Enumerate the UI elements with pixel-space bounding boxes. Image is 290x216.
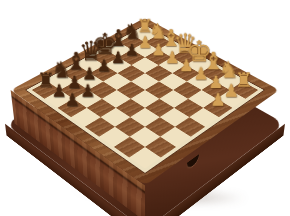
square-r2c6 — [188, 90, 217, 108]
square-r3c7 — [189, 108, 219, 127]
square-r6c7 — [145, 137, 176, 158]
square-r6c4 — [101, 108, 131, 127]
square-r7c1 — [45, 90, 74, 108]
drawer-notch — [187, 154, 199, 170]
square-r7c4 — [85, 117, 115, 137]
square-r3c6 — [174, 99, 203, 117]
square-r4c5 — [145, 99, 174, 117]
square-r5c7 — [160, 127, 191, 147]
square-r4c7 — [175, 117, 205, 137]
square-r6c2 — [73, 90, 102, 108]
square-r4c4 — [131, 90, 160, 108]
square-r6c6 — [130, 127, 161, 147]
scene: ♜♞♝♛♚♝♞♜♞♟♟♟♟♟♟♟♝♟♟♚♟♛♟♝♟♞♟♟♜♟♟ — [0, 0, 290, 216]
square-r5c4 — [116, 99, 145, 117]
square-r7c6 — [114, 137, 145, 158]
square-r7c7 — [129, 147, 161, 169]
square-r7c5 — [99, 127, 130, 147]
square-r5c5 — [130, 108, 160, 127]
square-r4c6 — [160, 108, 190, 127]
square-r3c5 — [159, 90, 188, 108]
square-r7c3 — [71, 108, 101, 127]
square-r5c6 — [145, 117, 175, 137]
square-r7c2 — [58, 99, 87, 117]
square-r1c7 — [217, 90, 246, 108]
square-r2c7 — [203, 99, 232, 117]
square-r6c3 — [87, 99, 116, 117]
square-r6c5 — [115, 117, 145, 137]
square-r5c3 — [102, 90, 131, 108]
